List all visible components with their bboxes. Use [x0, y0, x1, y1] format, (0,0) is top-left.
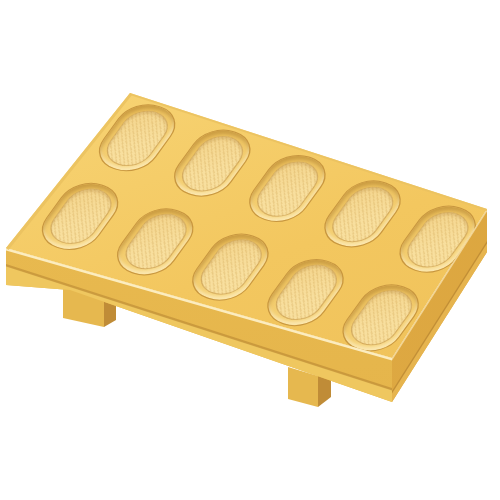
pit-floor	[248, 155, 327, 222]
pit-floor	[173, 130, 252, 197]
pit-r2c2[interactable]	[106, 201, 205, 282]
pit-floor	[191, 234, 270, 301]
pit-floor	[97, 105, 176, 172]
pit-floor	[323, 181, 402, 248]
pit-r2c1[interactable]	[31, 176, 130, 257]
board-top	[0, 0, 500, 500]
pit-r2c3[interactable]	[181, 227, 280, 308]
pit-r1c4[interactable]	[313, 174, 412, 255]
pit-r2c4[interactable]	[256, 252, 355, 333]
pit-r1c3[interactable]	[238, 148, 337, 229]
pit-floor	[266, 259, 345, 326]
pit-floor	[116, 208, 195, 275]
pit-r1c2[interactable]	[163, 123, 262, 204]
pit-r1c1[interactable]	[88, 98, 187, 179]
mancala-board-photo	[0, 0, 500, 500]
